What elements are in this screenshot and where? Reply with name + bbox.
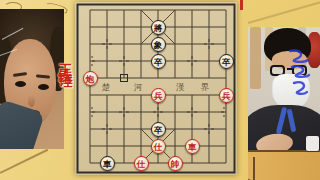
piece-black-soldier-edge[interactable]: 卒 xyxy=(219,54,234,69)
piece-layer: 將象卒卒炮兵兵卒仕車車仕帥 xyxy=(82,2,235,172)
piece-black-chariot[interactable]: 車 xyxy=(100,156,115,171)
paper-line-decoration xyxy=(248,1,320,24)
xiangqi-board: 楚 河 漢 界 將象卒卒炮兵兵卒仕車車仕帥 xyxy=(75,2,237,175)
left-player-nose xyxy=(28,95,35,107)
background-beam xyxy=(250,27,261,89)
left-player-eye xyxy=(15,81,26,87)
table-seam xyxy=(253,157,255,180)
right-player-photo xyxy=(248,27,320,180)
piece-label: 卒 xyxy=(154,57,163,66)
last-move-marker xyxy=(120,74,128,82)
left-player-name-caption: 王铁锤 xyxy=(55,52,73,130)
paper-line-decoration xyxy=(0,149,48,174)
piece-label: 車 xyxy=(188,142,197,151)
piece-label: 卒 xyxy=(222,57,231,66)
piece-red-advisor-center[interactable]: 仕 xyxy=(151,139,166,154)
piece-label: 兵 xyxy=(154,91,163,100)
piece-label: 兵 xyxy=(222,91,231,100)
wooden-table xyxy=(248,150,320,180)
piece-label: 帥 xyxy=(171,159,180,168)
piece-black-soldier-advanced[interactable]: 卒 xyxy=(151,122,166,137)
piece-red-general[interactable]: 帥 xyxy=(168,156,183,171)
piece-label: 卒 xyxy=(154,125,163,134)
piece-red-cannon[interactable]: 炮 xyxy=(83,71,98,86)
piece-black-general[interactable]: 將 xyxy=(151,20,166,35)
thumbnail-root: 楚 河 漢 界 將象卒卒炮兵兵卒仕車車仕帥 王铁锤 xyxy=(0,0,320,180)
piece-label: 仕 xyxy=(137,159,146,168)
piece-red-advisor-back[interactable]: 仕 xyxy=(134,156,149,171)
paper-on-table xyxy=(306,136,319,151)
blue-watermark-signature xyxy=(286,47,312,99)
piece-label: 炮 xyxy=(86,74,95,83)
piece-label: 仕 xyxy=(154,142,163,151)
red-mark-decoration xyxy=(240,0,243,10)
piece-black-soldier-center[interactable]: 卒 xyxy=(151,54,166,69)
piece-red-soldier-center[interactable]: 兵 xyxy=(151,88,166,103)
piece-label: 車 xyxy=(103,159,112,168)
piece-label: 象 xyxy=(154,40,163,49)
piece-red-soldier-edge[interactable]: 兵 xyxy=(219,88,234,103)
piece-label: 將 xyxy=(154,23,163,32)
piece-red-chariot[interactable]: 車 xyxy=(185,139,200,154)
piece-black-elephant[interactable]: 象 xyxy=(151,37,166,52)
left-player-eye xyxy=(38,84,49,90)
